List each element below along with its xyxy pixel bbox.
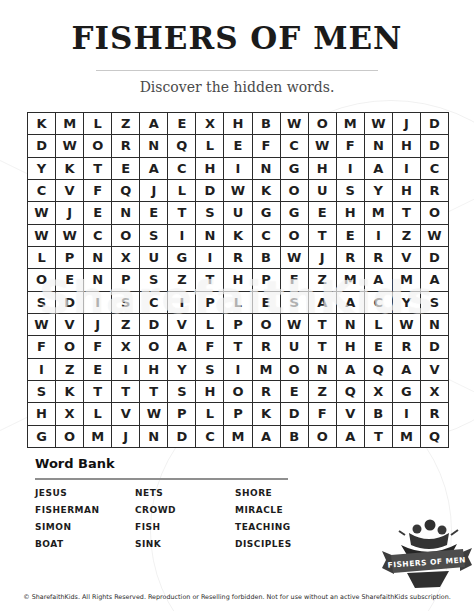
grid-cell-r11c13[interactable]: E bbox=[365, 336, 393, 358]
grid-cell-r14c7[interactable]: L bbox=[196, 403, 224, 425]
grid-cell-r7c9[interactable]: B bbox=[253, 247, 281, 269]
grid-cell-r6c1[interactable]: W bbox=[28, 225, 56, 247]
grid-cell-r12c9[interactable]: M bbox=[253, 359, 281, 381]
grid-cell-r14c9[interactable]: K bbox=[253, 403, 281, 425]
grid-cell-r6c15[interactable]: W bbox=[421, 225, 449, 247]
grid-cell-r12c2[interactable]: Z bbox=[56, 359, 84, 381]
grid-cell-r8c4[interactable]: P bbox=[112, 269, 140, 291]
page-subtitle: Discover the hidden words. bbox=[0, 79, 474, 95]
grid-cell-r8c10[interactable]: F bbox=[281, 269, 309, 291]
word-bank-item: NETS bbox=[135, 489, 235, 498]
word-bank-divider bbox=[35, 478, 288, 480]
grid-cell-r15c3[interactable]: M bbox=[84, 426, 112, 448]
grid-cell-r14c15[interactable]: R bbox=[421, 403, 449, 425]
grid-cell-r3c11[interactable]: H bbox=[309, 158, 337, 180]
grid-cell-r5c15[interactable]: O bbox=[421, 202, 449, 224]
word-bank: JESUSFISHERMANSIMONBOAT NETSCROWDFISHSIN… bbox=[35, 489, 335, 557]
grid-cell-r5c2[interactable]: J bbox=[56, 202, 84, 224]
grid-cell-r9c4[interactable]: S bbox=[112, 292, 140, 314]
grid-cell-r11c4[interactable]: X bbox=[112, 336, 140, 358]
grid-cell-r13c8[interactable]: O bbox=[224, 381, 252, 403]
grid-cell-r11c5[interactable]: O bbox=[140, 336, 168, 358]
grid-cell-r9c5[interactable]: C bbox=[140, 292, 168, 314]
grid-cell-r2c7[interactable]: L bbox=[196, 135, 224, 157]
fishers-of-men-badge-icon: FISHERS OF MEN bbox=[381, 515, 473, 595]
grid-cell-r2c10[interactable]: C bbox=[281, 135, 309, 157]
grid-cell-r11c6[interactable]: A bbox=[168, 336, 196, 358]
grid-cell-r8c11[interactable]: Z bbox=[309, 269, 337, 291]
grid-cell-r5c10[interactable]: G bbox=[281, 202, 309, 224]
grid-cell-r6c5[interactable]: S bbox=[140, 225, 168, 247]
grid-cell-r1c2[interactable]: M bbox=[56, 113, 84, 135]
grid-cell-r11c15[interactable]: D bbox=[421, 336, 449, 358]
grid-cell-r1c11[interactable]: O bbox=[309, 113, 337, 135]
grid-cell-r6c14[interactable]: Z bbox=[393, 225, 421, 247]
grid-cell-r5c13[interactable]: M bbox=[365, 202, 393, 224]
grid-cell-r3c4[interactable]: E bbox=[112, 158, 140, 180]
grid-cell-r3c12[interactable]: I bbox=[337, 158, 365, 180]
grid-cell-r8c12[interactable]: M bbox=[337, 269, 365, 291]
grid-cell-r7c2[interactable]: P bbox=[56, 247, 84, 269]
grid-cell-r2c6[interactable]: Q bbox=[168, 135, 196, 157]
grid-cell-r4c2[interactable]: V bbox=[56, 180, 84, 202]
grid-cell-r7c15[interactable]: D bbox=[421, 247, 449, 269]
grid-cell-r4c9[interactable]: K bbox=[253, 180, 281, 202]
grid-cell-r3c14[interactable]: I bbox=[393, 158, 421, 180]
word-bank-column: NETSCROWDFISHSINK bbox=[135, 489, 235, 557]
grid-cell-r3c13[interactable]: A bbox=[365, 158, 393, 180]
grid-cell-r11c12[interactable]: H bbox=[337, 336, 365, 358]
grid-cell-r9c6[interactable]: I bbox=[168, 292, 196, 314]
grid-cell-r14c14[interactable]: I bbox=[393, 403, 421, 425]
grid-cell-r9c12[interactable]: A bbox=[337, 292, 365, 314]
grid-cell-r4c8[interactable]: W bbox=[224, 180, 252, 202]
grid-cell-r12c15[interactable]: V bbox=[421, 359, 449, 381]
grid-cell-r1c4[interactable]: Z bbox=[112, 113, 140, 135]
grid-cell-r7c4[interactable]: X bbox=[112, 247, 140, 269]
grid-cell-r9c13[interactable]: C bbox=[365, 292, 393, 314]
word-bank-item: DISCIPLES bbox=[235, 540, 335, 549]
grid-cell-r15c8[interactable]: M bbox=[224, 426, 252, 448]
grid-cell-r15c4[interactable]: J bbox=[112, 426, 140, 448]
word-bank-item: SHORE bbox=[235, 489, 335, 498]
grid-cell-r7c12[interactable]: R bbox=[337, 247, 365, 269]
grid-cell-r4c11[interactable]: U bbox=[309, 180, 337, 202]
grid-cell-r1c5[interactable]: A bbox=[140, 113, 168, 135]
grid-cell-r10c10[interactable]: W bbox=[281, 314, 309, 336]
grid-cell-r4c14[interactable]: H bbox=[393, 180, 421, 202]
grid-cell-r11c11[interactable]: T bbox=[309, 336, 337, 358]
grid-cell-r6c6[interactable]: I bbox=[168, 225, 196, 247]
grid-cell-r9c1[interactable]: S bbox=[28, 292, 56, 314]
grid-cell-r2c8[interactable]: E bbox=[224, 135, 252, 157]
grid-cell-r4c3[interactable]: F bbox=[84, 180, 112, 202]
grid-cell-r4c1[interactable]: C bbox=[28, 180, 56, 202]
grid-cell-r12c3[interactable]: E bbox=[84, 359, 112, 381]
word-bank-item: MIRACLE bbox=[235, 506, 335, 515]
grid-cell-r9c10[interactable]: S bbox=[281, 292, 309, 314]
grid-cell-r6c12[interactable]: E bbox=[337, 225, 365, 247]
grid-cell-r10c13[interactable]: L bbox=[365, 314, 393, 336]
grid-cell-r7c11[interactable]: J bbox=[309, 247, 337, 269]
grid-cell-r13c6[interactable]: S bbox=[168, 381, 196, 403]
grid-cell-r8c5[interactable]: S bbox=[140, 269, 168, 291]
grid-cell-r3c9[interactable]: N bbox=[253, 158, 281, 180]
grid-cell-r14c6[interactable]: P bbox=[168, 403, 196, 425]
word-search-grid: KMLZAEXHBWOMWJDDWORNQLEFCWFNHDYKTEACHING… bbox=[27, 112, 449, 448]
grid-cell-r3c2[interactable]: K bbox=[56, 158, 84, 180]
word-bank-item: FISH bbox=[135, 523, 235, 532]
word-bank-item: BOAT bbox=[35, 540, 135, 549]
grid-cell-r5c4[interactable]: N bbox=[112, 202, 140, 224]
grid-cell-r12c11[interactable]: N bbox=[309, 359, 337, 381]
grid-cell-r12c7[interactable]: S bbox=[196, 359, 224, 381]
grid-cell-r14c10[interactable]: D bbox=[281, 403, 309, 425]
grid-cell-r7c13[interactable]: R bbox=[365, 247, 393, 269]
grid-cell-r2c14[interactable]: H bbox=[393, 135, 421, 157]
grid-cell-r6c9[interactable]: C bbox=[253, 225, 281, 247]
grid-cell-r4c7[interactable]: D bbox=[196, 180, 224, 202]
grid-cell-r1c8[interactable]: H bbox=[224, 113, 252, 135]
word-bank-item: SINK bbox=[135, 540, 235, 549]
grid-cell-r2c9[interactable]: F bbox=[253, 135, 281, 157]
grid-cell-r15c5[interactable]: N bbox=[140, 426, 168, 448]
grid-cell-r8c1[interactable]: O bbox=[28, 269, 56, 291]
grid-cell-r3c7[interactable]: H bbox=[196, 158, 224, 180]
grid-cell-r11c14[interactable]: R bbox=[393, 336, 421, 358]
grid-cell-r1c1[interactable]: K bbox=[28, 113, 56, 135]
grid-cell-r8c8[interactable]: H bbox=[224, 269, 252, 291]
grid-cell-r5c1[interactable]: W bbox=[28, 202, 56, 224]
grid-cell-r13c14[interactable]: G bbox=[393, 381, 421, 403]
grid-cell-r11c3[interactable]: F bbox=[84, 336, 112, 358]
title-divider bbox=[96, 70, 378, 71]
grid-cell-r6c11[interactable]: T bbox=[309, 225, 337, 247]
grid-cell-r10c2[interactable]: V bbox=[56, 314, 84, 336]
grid-cell-r8c2[interactable]: E bbox=[56, 269, 84, 291]
grid-cell-r5c8[interactable]: U bbox=[224, 202, 252, 224]
grid-cell-r13c9[interactable]: R bbox=[253, 381, 281, 403]
grid-cell-r8c6[interactable]: Z bbox=[168, 269, 196, 291]
grid-cell-r10c11[interactable]: T bbox=[309, 314, 337, 336]
grid-cell-r15c11[interactable]: O bbox=[309, 426, 337, 448]
grid-cell-r8c9[interactable]: P bbox=[253, 269, 281, 291]
grid-cell-r1c7[interactable]: X bbox=[196, 113, 224, 135]
grid-cell-r10c14[interactable]: W bbox=[393, 314, 421, 336]
grid-cell-r6c10[interactable]: O bbox=[281, 225, 309, 247]
grid-cell-r5c6[interactable]: T bbox=[168, 202, 196, 224]
grid-cell-r15c10[interactable]: B bbox=[281, 426, 309, 448]
grid-cell-r1c9[interactable]: B bbox=[253, 113, 281, 135]
grid-cell-r13c10[interactable]: E bbox=[281, 381, 309, 403]
grid-cell-r2c12[interactable]: F bbox=[337, 135, 365, 157]
grid-cell-r4c13[interactable]: Y bbox=[365, 180, 393, 202]
page-title: FISHERS OF MEN bbox=[0, 20, 474, 56]
grid-cell-r2c5[interactable]: N bbox=[140, 135, 168, 157]
worksheet-page: FISHERS OF MEN Discover the hidden words… bbox=[0, 0, 474, 611]
grid-cell-r6c8[interactable]: K bbox=[224, 225, 252, 247]
grid-cell-r10c15[interactable]: N bbox=[421, 314, 449, 336]
grid-cell-r15c9[interactable]: A bbox=[253, 426, 281, 448]
word-bank-item: TEACHING bbox=[235, 523, 335, 532]
grid-cell-r7c1[interactable]: L bbox=[28, 247, 56, 269]
grid-cell-r12c5[interactable]: H bbox=[140, 359, 168, 381]
grid-cell-r1c15[interactable]: D bbox=[421, 113, 449, 135]
grid-cell-r11c7[interactable]: F bbox=[196, 336, 224, 358]
grid-cell-r5c11[interactable]: E bbox=[309, 202, 337, 224]
grid-cell-r3c10[interactable]: G bbox=[281, 158, 309, 180]
grid-cell-r13c2[interactable]: K bbox=[56, 381, 84, 403]
word-bank-column: SHOREMIRACLETEACHINGDISCIPLES bbox=[235, 489, 335, 557]
grid-cell-r7c5[interactable]: U bbox=[140, 247, 168, 269]
grid-cell-r3c8[interactable]: I bbox=[224, 158, 252, 180]
grid-cell-r8c14[interactable]: M bbox=[393, 269, 421, 291]
grid-cell-r10c3[interactable]: J bbox=[84, 314, 112, 336]
grid-cell-r5c9[interactable]: G bbox=[253, 202, 281, 224]
grid-cell-r4c6[interactable]: L bbox=[168, 180, 196, 202]
grid-cell-r10c4[interactable]: Z bbox=[112, 314, 140, 336]
grid-cell-r10c1[interactable]: W bbox=[28, 314, 56, 336]
grid-cell-r9c11[interactable]: A bbox=[309, 292, 337, 314]
grid-cell-r13c4[interactable]: T bbox=[112, 381, 140, 403]
grid-cell-r7c6[interactable]: G bbox=[168, 247, 196, 269]
grid-cell-r13c7[interactable]: H bbox=[196, 381, 224, 403]
grid-cell-r10c7[interactable]: L bbox=[196, 314, 224, 336]
grid-cell-r14c12[interactable]: V bbox=[337, 403, 365, 425]
grid-cell-r1c13[interactable]: W bbox=[365, 113, 393, 135]
grid-cell-r13c5[interactable]: T bbox=[140, 381, 168, 403]
grid-cell-r15c13[interactable]: T bbox=[365, 426, 393, 448]
grid-cell-r7c14[interactable]: V bbox=[393, 247, 421, 269]
grid-cell-r9c7[interactable]: P bbox=[196, 292, 224, 314]
grid-cell-r9c8[interactable]: L bbox=[224, 292, 252, 314]
grid-cell-r12c14[interactable]: A bbox=[393, 359, 421, 381]
grid-cell-r13c13[interactable]: X bbox=[365, 381, 393, 403]
grid-cell-r14c2[interactable]: X bbox=[56, 403, 84, 425]
grid-cell-r1c12[interactable]: M bbox=[337, 113, 365, 135]
word-bank-item: FISHERMAN bbox=[35, 506, 135, 515]
word-bank-item: JESUS bbox=[35, 489, 135, 498]
grid-cell-r13c15[interactable]: X bbox=[421, 381, 449, 403]
grid-cell-r14c11[interactable]: F bbox=[309, 403, 337, 425]
grid-cell-r14c8[interactable]: P bbox=[224, 403, 252, 425]
grid-cell-r2c15[interactable]: D bbox=[421, 135, 449, 157]
grid-cell-r3c1[interactable]: Y bbox=[28, 158, 56, 180]
grid-cell-r14c1[interactable]: H bbox=[28, 403, 56, 425]
word-bank-column: JESUSFISHERMANSIMONBOAT bbox=[35, 489, 135, 557]
grid-cell-r13c1[interactable]: S bbox=[28, 381, 56, 403]
grid-cell-r2c3[interactable]: O bbox=[84, 135, 112, 157]
grid-cell-r8c3[interactable]: N bbox=[84, 269, 112, 291]
grid-cell-r15c1[interactable]: G bbox=[28, 426, 56, 448]
grid-cell-r15c15[interactable]: Q bbox=[421, 426, 449, 448]
grid-cell-r4c10[interactable]: O bbox=[281, 180, 309, 202]
grid-cell-r1c3[interactable]: L bbox=[84, 113, 112, 135]
grid-cell-r3c5[interactable]: A bbox=[140, 158, 168, 180]
grid-cell-r5c3[interactable]: E bbox=[84, 202, 112, 224]
grid-cell-r10c6[interactable]: V bbox=[168, 314, 196, 336]
grid-cell-r1c14[interactable]: J bbox=[393, 113, 421, 135]
grid-cell-r1c6[interactable]: E bbox=[168, 113, 196, 135]
grid-cell-r3c3[interactable]: T bbox=[84, 158, 112, 180]
grid-cell-r6c13[interactable]: I bbox=[365, 225, 393, 247]
grid-cell-r9c15[interactable]: S bbox=[421, 292, 449, 314]
grid-cell-r7c3[interactable]: N bbox=[84, 247, 112, 269]
grid-cell-r5c14[interactable]: T bbox=[393, 202, 421, 224]
grid-cell-r4c12[interactable]: S bbox=[337, 180, 365, 202]
grid-cell-r9c9[interactable]: E bbox=[253, 292, 281, 314]
grid-cell-r8c7[interactable]: T bbox=[196, 269, 224, 291]
grid-cell-r11c10[interactable]: U bbox=[281, 336, 309, 358]
grid-cell-r15c2[interactable]: O bbox=[56, 426, 84, 448]
grid-cell-r9c14[interactable]: Y bbox=[393, 292, 421, 314]
grid-cell-r13c3[interactable]: T bbox=[84, 381, 112, 403]
grid-cell-r14c3[interactable]: L bbox=[84, 403, 112, 425]
grid-cell-r4c15[interactable]: R bbox=[421, 180, 449, 202]
grid-cell-r11c2[interactable]: O bbox=[56, 336, 84, 358]
grid-cell-r8c13[interactable]: A bbox=[365, 269, 393, 291]
grid-cell-r6c7[interactable]: N bbox=[196, 225, 224, 247]
grid-cell-r15c14[interactable]: M bbox=[393, 426, 421, 448]
grid-cell-r2c1[interactable]: D bbox=[28, 135, 56, 157]
grid-cell-r11c1[interactable]: F bbox=[28, 336, 56, 358]
grid-cell-r2c2[interactable]: W bbox=[56, 135, 84, 157]
grid-cell-r9c3[interactable]: I bbox=[84, 292, 112, 314]
grid-cell-r13c11[interactable]: Z bbox=[309, 381, 337, 403]
grid-cell-r6c4[interactable]: O bbox=[112, 225, 140, 247]
grid-cell-r10c8[interactable]: P bbox=[224, 314, 252, 336]
grid-cell-r14c4[interactable]: V bbox=[112, 403, 140, 425]
grid-cell-r6c2[interactable]: W bbox=[56, 225, 84, 247]
grid-cell-r15c12[interactable]: A bbox=[337, 426, 365, 448]
grid-cell-r10c5[interactable]: D bbox=[140, 314, 168, 336]
grid-cell-r3c6[interactable]: C bbox=[168, 158, 196, 180]
grid-cell-r7c8[interactable]: R bbox=[224, 247, 252, 269]
grid-cell-r12c6[interactable]: Y bbox=[168, 359, 196, 381]
grid-cell-r9c2[interactable]: D bbox=[56, 292, 84, 314]
grid-cell-r12c12[interactable]: A bbox=[337, 359, 365, 381]
grid-cell-r12c4[interactable]: I bbox=[112, 359, 140, 381]
grid-cell-r4c4[interactable]: Q bbox=[112, 180, 140, 202]
grid-cell-r5c12[interactable]: H bbox=[337, 202, 365, 224]
grid-cell-r14c13[interactable]: B bbox=[365, 403, 393, 425]
word-bank-heading: Word Bank bbox=[35, 456, 115, 471]
word-bank-item: CROWD bbox=[135, 506, 235, 515]
grid-cell-r6c3[interactable]: C bbox=[84, 225, 112, 247]
grid-cell-r12c13[interactable]: Q bbox=[365, 359, 393, 381]
grid-cell-r2c4[interactable]: R bbox=[112, 135, 140, 157]
grid-cell-r11c8[interactable]: T bbox=[224, 336, 252, 358]
grid-cell-r12c10[interactable]: O bbox=[281, 359, 309, 381]
grid-cell-r12c1[interactable]: I bbox=[28, 359, 56, 381]
grid-cell-r7c7[interactable]: I bbox=[196, 247, 224, 269]
grid-cell-r2c11[interactable]: W bbox=[309, 135, 337, 157]
grid-cell-r5c5[interactable]: E bbox=[140, 202, 168, 224]
grid-cell-r5c7[interactable]: S bbox=[196, 202, 224, 224]
grid-cell-r15c6[interactable]: D bbox=[168, 426, 196, 448]
grid-cell-r7c10[interactable]: W bbox=[281, 247, 309, 269]
grid-cell-r8c15[interactable]: A bbox=[421, 269, 449, 291]
grid-cell-r3c15[interactable]: C bbox=[421, 158, 449, 180]
grid-cell-r4c5[interactable]: J bbox=[140, 180, 168, 202]
word-bank-item: SIMON bbox=[35, 523, 135, 532]
grid-cell-r2c13[interactable]: N bbox=[365, 135, 393, 157]
grid-cell-r14c5[interactable]: W bbox=[140, 403, 168, 425]
grid-cell-r15c7[interactable]: C bbox=[196, 426, 224, 448]
grid-cell-r1c10[interactable]: W bbox=[281, 113, 309, 135]
grid-cell-r12c8[interactable]: I bbox=[224, 359, 252, 381]
grid-cell-r10c9[interactable]: O bbox=[253, 314, 281, 336]
grid-cell-r13c12[interactable]: Q bbox=[337, 381, 365, 403]
grid-cell-r10c12[interactable]: N bbox=[337, 314, 365, 336]
grid-cell-r11c9[interactable]: R bbox=[253, 336, 281, 358]
